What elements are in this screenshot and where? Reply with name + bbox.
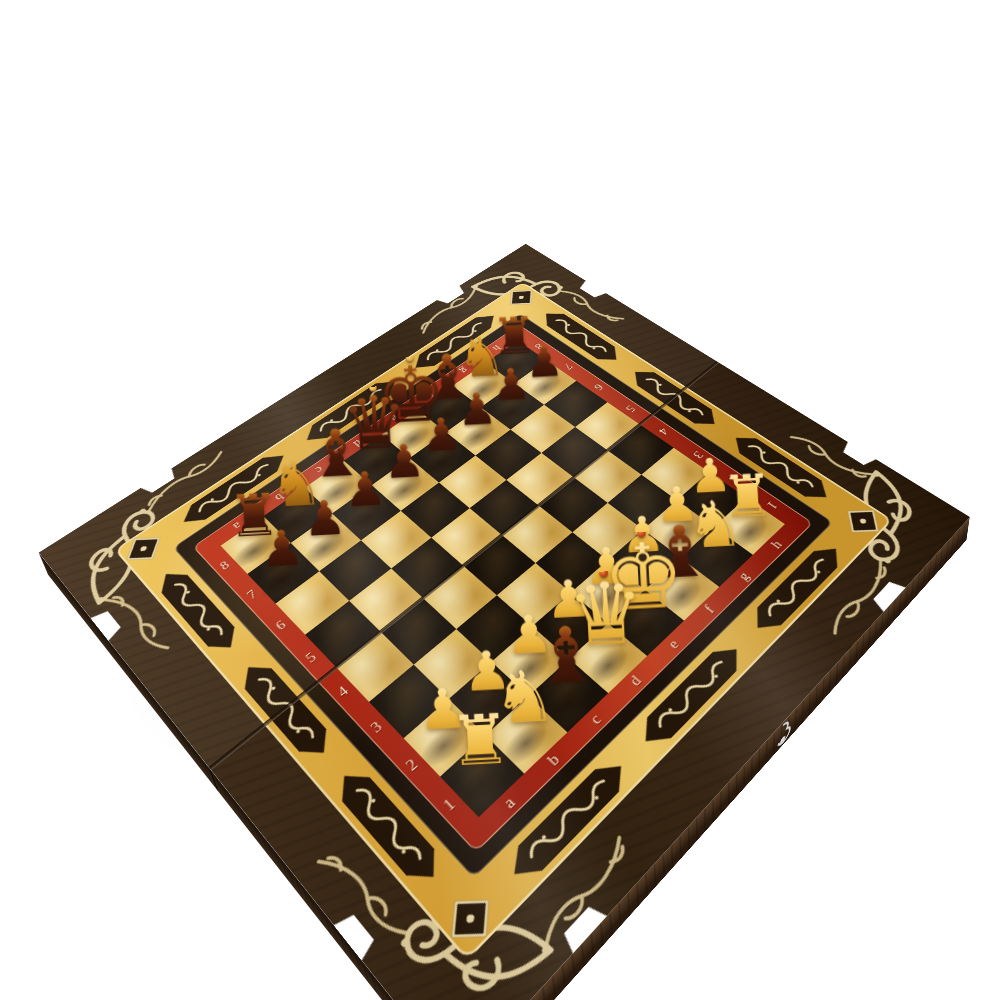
file-label-far-g: g	[453, 362, 475, 378]
square-h5[interactable]	[575, 402, 640, 450]
photo-backdrop: aabbccddeeffgghh1122334455667788 ♜♞♝♛♚♝♞…	[0, 0, 1000, 1000]
square-f8[interactable]	[418, 386, 481, 432]
square-f7[interactable]	[446, 407, 511, 455]
piece-black-knight-b8[interactable]: ♞	[251, 452, 342, 517]
piece-shadow	[460, 374, 506, 407]
corner-filigree-icon	[466, 249, 579, 323]
piece-shadow	[454, 419, 502, 455]
piece-glyph: ♜	[475, 310, 555, 364]
square-g6[interactable]	[510, 405, 575, 453]
perspective-scene: aabbccddeeffgghh1122334455667788 ♜♞♝♛♚♝♞…	[0, 0, 1000, 1000]
rank-label-far-8: 8	[527, 339, 549, 354]
piece-glyph: ♟	[398, 410, 484, 459]
square-e6[interactable]	[439, 456, 506, 509]
square-d6[interactable]	[401, 483, 470, 538]
piece-black-pawn-f7[interactable]: ♟	[435, 385, 520, 433]
file-label-far-b: b	[266, 487, 291, 506]
piece-shadow	[425, 397, 472, 431]
piece-glyph: ♟	[360, 436, 448, 486]
piece-glyph: ♚	[369, 355, 455, 436]
piece-glyph: ♟	[320, 463, 410, 514]
square-g7[interactable]	[481, 383, 544, 429]
piece-black-pawn-e7[interactable]: ♟	[398, 410, 484, 459]
piece-black-pawn-g7[interactable]: ♟	[470, 361, 553, 408]
piece-black-queen-d8[interactable]: ♛	[331, 384, 419, 461]
piece-black-bishop-f8[interactable]: ♝	[406, 346, 490, 411]
rank-label-far-4: 4	[651, 422, 674, 440]
scrollwork-icon	[311, 383, 391, 438]
piece-black-pawn-c7[interactable]: ♟	[320, 463, 410, 514]
square-f6[interactable]	[475, 430, 541, 480]
file-label-far-h: h	[485, 340, 507, 355]
square-h4[interactable]	[608, 424, 674, 474]
square-e5[interactable]	[470, 480, 539, 535]
piece-glyph: ♟	[435, 385, 520, 433]
scrollwork-icon	[190, 458, 279, 520]
piece-black-pawn-h7[interactable]: ♟	[504, 338, 585, 384]
piece-shadow	[389, 422, 437, 458]
piece-shadow	[417, 445, 466, 482]
scrollwork-icon	[547, 314, 614, 359]
piece-white-rook-a1[interactable]: ♜	[425, 703, 536, 778]
square-c7[interactable]	[332, 485, 401, 540]
square-e8[interactable]	[381, 410, 445, 458]
piece-black-knight-g8[interactable]: ♞	[441, 328, 523, 387]
piece-glyph: ♝	[406, 346, 490, 411]
gold-band-lozenge	[627, 365, 723, 431]
camera-tilt: aabbccddeeffgghh1122334455667788 ♜♞♝♛♚♝♞…	[0, 0, 1000, 1000]
rank-label-far-5: 5	[618, 400, 641, 417]
piece-glyph: ♟	[235, 521, 329, 575]
piece-shadow	[351, 447, 401, 484]
square-h6[interactable]	[544, 381, 607, 427]
piece-shadow	[311, 474, 362, 513]
gold-band-lozenge	[300, 376, 403, 447]
square-c8[interactable]	[305, 461, 372, 514]
piece-shadow	[339, 499, 391, 540]
square-f5[interactable]	[506, 453, 573, 506]
piece-black-bishop-c8[interactable]: ♝	[292, 419, 381, 488]
square-g5[interactable]	[541, 427, 607, 477]
piece-shadow	[489, 395, 536, 429]
file-label-far-d: d	[346, 434, 370, 452]
piece-glyph: ♟	[504, 338, 585, 384]
piece-shadow	[379, 471, 429, 510]
rank-label-far-6: 6	[587, 379, 610, 395]
file-label-far-c: c	[307, 460, 331, 479]
scrollwork-icon	[419, 317, 491, 366]
piece-black-king-e8[interactable]: ♚	[369, 355, 455, 436]
square-h7[interactable]	[514, 360, 576, 404]
chess-board: aabbccddeeffgghh1122334455667788 ♜♞♝♛♚♝♞…	[39, 244, 970, 1000]
edge-flourish-icon	[138, 449, 233, 514]
edge-flourish-icon	[557, 283, 627, 328]
gold-band-lozenge	[177, 449, 291, 529]
finial-bead	[406, 354, 414, 362]
piece-glyph: ♞	[251, 452, 342, 517]
finial-bead	[369, 384, 377, 392]
gold-band-corner-diamond	[510, 290, 532, 305]
piece-shadow	[522, 371, 567, 404]
square-e7[interactable]	[410, 432, 476, 482]
piece-black-pawn-a7[interactable]: ♟	[235, 521, 329, 575]
piece-glyph: ♟	[470, 361, 553, 408]
edge-flourish-icon	[412, 287, 487, 336]
pieces-layer: ♜♞♝♛♚♝♞♜♟♟♟♟♟♟♟♟♜♞♝♛♚♝♞♜♟♟♟♟♟♟♟♟	[39, 244, 970, 1000]
gold-band-lozenge	[538, 308, 625, 366]
square-d8[interactable]	[344, 435, 410, 486]
piece-glyph: ♜	[425, 703, 536, 778]
edge-flourish-icon	[787, 426, 877, 486]
gold-band-lozenge	[408, 311, 501, 374]
rank-label-far-7: 7	[556, 358, 578, 374]
file-label-far-e: e	[383, 409, 406, 426]
piece-glyph: ♝	[292, 419, 381, 488]
piece-glyph: ♛	[331, 384, 419, 461]
scrollwork-icon	[637, 373, 711, 423]
piece-glyph: ♞	[441, 328, 523, 387]
piece-shadow	[493, 351, 538, 383]
square-g8[interactable]	[452, 363, 514, 407]
rank-label-far-3: 3	[686, 445, 710, 463]
square-d7[interactable]	[372, 458, 439, 511]
piece-black-pawn-d7[interactable]: ♟	[360, 436, 448, 486]
file-label-far-f: f	[418, 385, 441, 401]
piece-black-rook-h8[interactable]: ♜	[475, 310, 555, 364]
square-h8[interactable]	[486, 341, 547, 384]
